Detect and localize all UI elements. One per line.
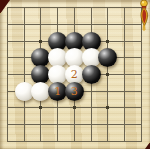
grid-line-horizontal bbox=[7, 141, 141, 142]
go-board-window: 213 bbox=[0, 0, 150, 149]
stone-black bbox=[98, 48, 117, 67]
tassel-ornament-icon bbox=[136, 0, 150, 32]
star-point bbox=[106, 40, 109, 43]
move-number-label: 1 bbox=[54, 85, 61, 96]
stone-black-move-3: 3 bbox=[65, 82, 84, 101]
grid-line-horizontal bbox=[7, 124, 141, 125]
grid-line-vertical bbox=[124, 7, 125, 141]
star-point bbox=[73, 106, 76, 109]
stone-black bbox=[82, 65, 101, 84]
move-number-label: 3 bbox=[71, 85, 78, 96]
star-point bbox=[39, 40, 42, 43]
go-board[interactable]: 213 bbox=[0, 0, 150, 149]
move-number-label: 2 bbox=[71, 69, 78, 80]
star-point bbox=[106, 73, 109, 76]
star-point bbox=[39, 106, 42, 109]
star-point bbox=[106, 106, 109, 109]
